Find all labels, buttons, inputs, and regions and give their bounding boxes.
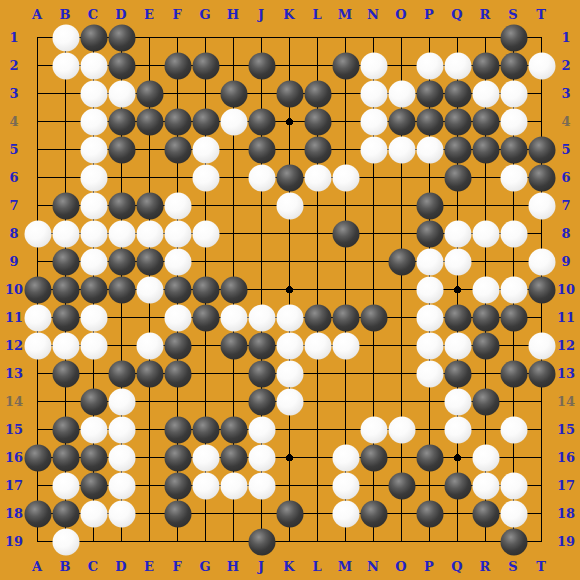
black-stone-K3[interactable] xyxy=(276,80,303,107)
row-label-left-11: 11 xyxy=(5,311,23,324)
row-label-right-3: 3 xyxy=(561,87,570,100)
black-stone-H10[interactable] xyxy=(220,276,247,303)
black-stone-G10[interactable] xyxy=(192,276,219,303)
black-stone-D10[interactable] xyxy=(108,276,135,303)
white-stone-S8[interactable] xyxy=(500,220,527,247)
column-label-top-A: A xyxy=(32,8,42,21)
white-stone-A12[interactable] xyxy=(24,332,51,359)
black-stone-M2[interactable] xyxy=(332,52,359,79)
white-stone-G16[interactable] xyxy=(192,444,219,471)
row-label-left-17: 17 xyxy=(5,479,23,492)
white-stone-N3[interactable] xyxy=(360,80,387,107)
white-stone-D17[interactable] xyxy=(108,472,135,499)
black-stone-C10[interactable] xyxy=(80,276,107,303)
black-stone-F16[interactable] xyxy=(164,444,191,471)
white-stone-D16[interactable] xyxy=(108,444,135,471)
white-stone-M6[interactable] xyxy=(332,164,359,191)
row-label-left-7: 7 xyxy=(9,199,18,212)
white-stone-C7[interactable] xyxy=(80,192,107,219)
column-label-bottom-T: T xyxy=(536,560,546,573)
black-stone-J12[interactable] xyxy=(248,332,275,359)
black-stone-D2[interactable] xyxy=(108,52,135,79)
column-label-bottom-K: K xyxy=(283,560,294,573)
white-stone-E12[interactable] xyxy=(136,332,163,359)
black-stone-C17[interactable] xyxy=(80,472,107,499)
white-stone-Q14[interactable] xyxy=(444,388,471,415)
white-stone-G17[interactable] xyxy=(192,472,219,499)
white-stone-D3[interactable] xyxy=(108,80,135,107)
row-label-left-1: 1 xyxy=(9,31,18,44)
column-label-top-G: G xyxy=(199,8,210,21)
white-stone-J15[interactable] xyxy=(248,416,275,443)
white-stone-C9[interactable] xyxy=(80,248,107,275)
row-label-right-4: 4 xyxy=(561,115,570,128)
black-stone-F15[interactable] xyxy=(164,416,191,443)
black-stone-R18[interactable] xyxy=(472,500,499,527)
row-label-right-8: 8 xyxy=(561,227,570,240)
row-label-left-8: 8 xyxy=(9,227,18,240)
black-stone-O9[interactable] xyxy=(388,248,415,275)
white-stone-M17[interactable] xyxy=(332,472,359,499)
column-label-top-B: B xyxy=(60,8,71,21)
white-stone-N4[interactable] xyxy=(360,108,387,135)
white-stone-A11[interactable] xyxy=(24,304,51,331)
row-label-left-12: 12 xyxy=(5,339,23,352)
white-stone-R10[interactable] xyxy=(472,276,499,303)
black-stone-H15[interactable] xyxy=(220,416,247,443)
black-stone-T13[interactable] xyxy=(528,360,555,387)
black-stone-E9[interactable] xyxy=(136,248,163,275)
star-point xyxy=(286,118,293,125)
white-stone-A8[interactable] xyxy=(24,220,51,247)
column-label-bottom-A: A xyxy=(32,560,42,573)
white-stone-M18[interactable] xyxy=(332,500,359,527)
white-stone-L12[interactable] xyxy=(304,332,331,359)
black-stone-B16[interactable] xyxy=(52,444,79,471)
column-label-bottom-E: E xyxy=(144,560,154,573)
black-stone-L3[interactable] xyxy=(304,80,331,107)
row-label-right-6: 6 xyxy=(561,171,570,184)
column-label-bottom-B: B xyxy=(60,560,71,573)
black-stone-P8[interactable] xyxy=(416,220,443,247)
row-label-right-19: 19 xyxy=(557,535,575,548)
column-label-bottom-C: C xyxy=(88,560,98,573)
white-stone-K11[interactable] xyxy=(276,304,303,331)
column-label-top-F: F xyxy=(172,8,181,21)
white-stone-P13[interactable] xyxy=(416,360,443,387)
white-stone-S10[interactable] xyxy=(500,276,527,303)
black-stone-R11[interactable] xyxy=(472,304,499,331)
white-stone-J16[interactable] xyxy=(248,444,275,471)
white-stone-M12[interactable] xyxy=(332,332,359,359)
row-label-right-7: 7 xyxy=(561,199,570,212)
white-stone-E8[interactable] xyxy=(136,220,163,247)
black-stone-C16[interactable] xyxy=(80,444,107,471)
black-stone-N16[interactable] xyxy=(360,444,387,471)
white-stone-C12[interactable] xyxy=(80,332,107,359)
white-stone-R16[interactable] xyxy=(472,444,499,471)
white-stone-Q9[interactable] xyxy=(444,248,471,275)
black-stone-R4[interactable] xyxy=(472,108,499,135)
black-stone-Q6[interactable] xyxy=(444,164,471,191)
black-stone-G15[interactable] xyxy=(192,416,219,443)
black-stone-K6[interactable] xyxy=(276,164,303,191)
black-stone-D13[interactable] xyxy=(108,360,135,387)
row-label-left-3: 3 xyxy=(9,87,18,100)
row-label-right-2: 2 xyxy=(561,59,570,72)
white-stone-H17[interactable] xyxy=(220,472,247,499)
row-label-left-14: 14 xyxy=(5,395,23,408)
white-stone-S4[interactable] xyxy=(500,108,527,135)
black-stone-Q13[interactable] xyxy=(444,360,471,387)
white-stone-P10[interactable] xyxy=(416,276,443,303)
column-label-top-J: J xyxy=(258,8,264,21)
white-stone-K7[interactable] xyxy=(276,192,303,219)
column-label-top-L: L xyxy=(312,8,321,21)
white-stone-S3[interactable] xyxy=(500,80,527,107)
white-stone-T9[interactable] xyxy=(528,248,555,275)
row-label-right-12: 12 xyxy=(557,339,575,352)
row-label-left-13: 13 xyxy=(5,367,23,380)
black-stone-F18[interactable] xyxy=(164,500,191,527)
black-stone-D4[interactable] xyxy=(108,108,135,135)
black-stone-G2[interactable] xyxy=(192,52,219,79)
white-stone-D15[interactable] xyxy=(108,416,135,443)
white-stone-C2[interactable] xyxy=(80,52,107,79)
white-stone-F7[interactable] xyxy=(164,192,191,219)
white-stone-Q8[interactable] xyxy=(444,220,471,247)
star-point xyxy=(454,454,461,461)
column-label-bottom-G: G xyxy=(199,560,210,573)
white-stone-P9[interactable] xyxy=(416,248,443,275)
black-stone-S5[interactable] xyxy=(500,136,527,163)
black-stone-C1[interactable] xyxy=(80,24,107,51)
white-stone-C18[interactable] xyxy=(80,500,107,527)
column-label-top-D: D xyxy=(115,8,126,21)
row-label-left-15: 15 xyxy=(5,423,23,436)
black-stone-Q3[interactable] xyxy=(444,80,471,107)
black-stone-P7[interactable] xyxy=(416,192,443,219)
white-stone-T2[interactable] xyxy=(528,52,555,79)
white-stone-C6[interactable] xyxy=(80,164,107,191)
black-stone-F5[interactable] xyxy=(164,136,191,163)
black-stone-R2[interactable] xyxy=(472,52,499,79)
white-stone-N2[interactable] xyxy=(360,52,387,79)
white-stone-N5[interactable] xyxy=(360,136,387,163)
white-stone-J17[interactable] xyxy=(248,472,275,499)
row-label-right-17: 17 xyxy=(557,479,575,492)
column-label-top-O: O xyxy=(395,8,406,21)
black-stone-J4[interactable] xyxy=(248,108,275,135)
black-stone-L4[interactable] xyxy=(304,108,331,135)
white-stone-N15[interactable] xyxy=(360,416,387,443)
white-stone-R8[interactable] xyxy=(472,220,499,247)
row-label-right-11: 11 xyxy=(557,311,575,324)
black-stone-F10[interactable] xyxy=(164,276,191,303)
white-stone-J11[interactable] xyxy=(248,304,275,331)
white-stone-H4[interactable] xyxy=(220,108,247,135)
black-stone-J19[interactable] xyxy=(248,528,275,555)
column-label-top-C: C xyxy=(88,8,98,21)
white-stone-P12[interactable] xyxy=(416,332,443,359)
black-stone-S19[interactable] xyxy=(500,528,527,555)
white-stone-O3[interactable] xyxy=(388,80,415,107)
black-stone-Q11[interactable] xyxy=(444,304,471,331)
white-stone-L6[interactable] xyxy=(304,164,331,191)
black-stone-Q5[interactable] xyxy=(444,136,471,163)
white-stone-C11[interactable] xyxy=(80,304,107,331)
black-stone-O4[interactable] xyxy=(388,108,415,135)
black-stone-J5[interactable] xyxy=(248,136,275,163)
column-label-bottom-S: S xyxy=(508,560,517,573)
column-label-bottom-O: O xyxy=(395,560,406,573)
star-point xyxy=(454,286,461,293)
go-board[interactable]: AABBCCDDEEFFGGHHJJKKLLMMNNOOPPQQRRSSTT11… xyxy=(0,0,580,580)
row-label-left-4: 4 xyxy=(9,115,18,128)
white-stone-D18[interactable] xyxy=(108,500,135,527)
black-stone-F17[interactable] xyxy=(164,472,191,499)
black-stone-J13[interactable] xyxy=(248,360,275,387)
white-stone-K13[interactable] xyxy=(276,360,303,387)
white-stone-B19[interactable] xyxy=(52,528,79,555)
black-stone-D9[interactable] xyxy=(108,248,135,275)
black-stone-L11[interactable] xyxy=(304,304,331,331)
row-label-left-9: 9 xyxy=(9,255,18,268)
white-stone-C15[interactable] xyxy=(80,416,107,443)
column-label-top-M: M xyxy=(338,8,352,21)
row-label-right-5: 5 xyxy=(561,143,570,156)
white-stone-B2[interactable] xyxy=(52,52,79,79)
column-label-top-N: N xyxy=(367,8,379,21)
white-stone-Q12[interactable] xyxy=(444,332,471,359)
black-stone-S1[interactable] xyxy=(500,24,527,51)
black-stone-E13[interactable] xyxy=(136,360,163,387)
white-stone-K12[interactable] xyxy=(276,332,303,359)
white-stone-S15[interactable] xyxy=(500,416,527,443)
black-stone-F2[interactable] xyxy=(164,52,191,79)
white-stone-B12[interactable] xyxy=(52,332,79,359)
column-label-bottom-L: L xyxy=(312,560,321,573)
black-stone-D7[interactable] xyxy=(108,192,135,219)
white-stone-S18[interactable] xyxy=(500,500,527,527)
row-label-right-15: 15 xyxy=(557,423,575,436)
black-stone-Q4[interactable] xyxy=(444,108,471,135)
black-stone-A16[interactable] xyxy=(24,444,51,471)
white-stone-R17[interactable] xyxy=(472,472,499,499)
black-stone-E7[interactable] xyxy=(136,192,163,219)
black-stone-Q17[interactable] xyxy=(444,472,471,499)
black-stone-C14[interactable] xyxy=(80,388,107,415)
row-label-right-1: 1 xyxy=(561,31,570,44)
row-label-left-10: 10 xyxy=(5,283,23,296)
white-stone-F8[interactable] xyxy=(164,220,191,247)
black-stone-F13[interactable] xyxy=(164,360,191,387)
black-stone-B10[interactable] xyxy=(52,276,79,303)
white-stone-B1[interactable] xyxy=(52,24,79,51)
black-stone-J2[interactable] xyxy=(248,52,275,79)
white-stone-C8[interactable] xyxy=(80,220,107,247)
white-stone-D14[interactable] xyxy=(108,388,135,415)
column-label-top-E: E xyxy=(144,8,154,21)
black-stone-H3[interactable] xyxy=(220,80,247,107)
row-label-right-14: 14 xyxy=(557,395,575,408)
white-stone-G5[interactable] xyxy=(192,136,219,163)
black-stone-P16[interactable] xyxy=(416,444,443,471)
row-label-right-9: 9 xyxy=(561,255,570,268)
black-stone-N11[interactable] xyxy=(360,304,387,331)
column-label-bottom-P: P xyxy=(424,560,434,573)
white-stone-P11[interactable] xyxy=(416,304,443,331)
row-label-right-16: 16 xyxy=(557,451,575,464)
black-stone-G11[interactable] xyxy=(192,304,219,331)
column-label-bottom-N: N xyxy=(367,560,379,573)
column-label-top-H: H xyxy=(227,8,239,21)
row-label-left-19: 19 xyxy=(5,535,23,548)
column-label-bottom-J: J xyxy=(258,560,264,573)
black-stone-T6[interactable] xyxy=(528,164,555,191)
row-label-left-6: 6 xyxy=(9,171,18,184)
white-stone-R3[interactable] xyxy=(472,80,499,107)
column-label-bottom-M: M xyxy=(338,560,352,573)
black-stone-A18[interactable] xyxy=(24,500,51,527)
black-stone-B13[interactable] xyxy=(52,360,79,387)
black-stone-H12[interactable] xyxy=(220,332,247,359)
black-stone-B18[interactable] xyxy=(52,500,79,527)
black-stone-E4[interactable] xyxy=(136,108,163,135)
white-stone-T12[interactable] xyxy=(528,332,555,359)
white-stone-C5[interactable] xyxy=(80,136,107,163)
white-stone-O15[interactable] xyxy=(388,416,415,443)
white-stone-S17[interactable] xyxy=(500,472,527,499)
row-label-left-18: 18 xyxy=(5,507,23,520)
column-label-top-K: K xyxy=(283,8,294,21)
white-stone-E10[interactable] xyxy=(136,276,163,303)
column-label-top-P: P xyxy=(424,8,434,21)
black-stone-R14[interactable] xyxy=(472,388,499,415)
row-label-left-16: 16 xyxy=(5,451,23,464)
white-stone-K14[interactable] xyxy=(276,388,303,415)
black-stone-R12[interactable] xyxy=(472,332,499,359)
white-stone-S6[interactable] xyxy=(500,164,527,191)
row-label-right-13: 13 xyxy=(557,367,575,380)
black-stone-D1[interactable] xyxy=(108,24,135,51)
black-stone-T5[interactable] xyxy=(528,136,555,163)
white-stone-G6[interactable] xyxy=(192,164,219,191)
column-label-top-Q: Q xyxy=(451,8,462,21)
black-stone-S11[interactable] xyxy=(500,304,527,331)
column-label-top-S: S xyxy=(508,8,517,21)
black-stone-B9[interactable] xyxy=(52,248,79,275)
white-stone-P2[interactable] xyxy=(416,52,443,79)
star-point xyxy=(286,454,293,461)
black-stone-H16[interactable] xyxy=(220,444,247,471)
column-label-bottom-H: H xyxy=(227,560,239,573)
white-stone-C3[interactable] xyxy=(80,80,107,107)
black-stone-B15[interactable] xyxy=(52,416,79,443)
black-stone-F12[interactable] xyxy=(164,332,191,359)
black-stone-B11[interactable] xyxy=(52,304,79,331)
star-point xyxy=(286,286,293,293)
column-label-top-T: T xyxy=(536,8,546,21)
row-label-left-2: 2 xyxy=(9,59,18,72)
white-stone-B17[interactable] xyxy=(52,472,79,499)
row-label-right-18: 18 xyxy=(557,507,575,520)
column-label-bottom-F: F xyxy=(172,560,181,573)
white-stone-F9[interactable] xyxy=(164,248,191,275)
black-stone-D5[interactable] xyxy=(108,136,135,163)
white-stone-B8[interactable] xyxy=(52,220,79,247)
row-label-left-5: 5 xyxy=(9,143,18,156)
white-stone-Q15[interactable] xyxy=(444,416,471,443)
row-label-right-10: 10 xyxy=(557,283,575,296)
black-stone-E3[interactable] xyxy=(136,80,163,107)
black-stone-T10[interactable] xyxy=(528,276,555,303)
black-stone-K18[interactable] xyxy=(276,500,303,527)
black-stone-O17[interactable] xyxy=(388,472,415,499)
white-stone-M16[interactable] xyxy=(332,444,359,471)
black-stone-N18[interactable] xyxy=(360,500,387,527)
black-stone-J14[interactable] xyxy=(248,388,275,415)
white-stone-Q2[interactable] xyxy=(444,52,471,79)
black-stone-P18[interactable] xyxy=(416,500,443,527)
black-stone-G4[interactable] xyxy=(192,108,219,135)
black-stone-B7[interactable] xyxy=(52,192,79,219)
column-label-top-R: R xyxy=(480,8,491,21)
white-stone-G8[interactable] xyxy=(192,220,219,247)
black-stone-S2[interactable] xyxy=(500,52,527,79)
column-label-bottom-D: D xyxy=(115,560,126,573)
white-stone-T7[interactable] xyxy=(528,192,555,219)
white-stone-F11[interactable] xyxy=(164,304,191,331)
white-stone-C4[interactable] xyxy=(80,108,107,135)
black-stone-M11[interactable] xyxy=(332,304,359,331)
black-stone-P3[interactable] xyxy=(416,80,443,107)
black-stone-L5[interactable] xyxy=(304,136,331,163)
white-stone-P5[interactable] xyxy=(416,136,443,163)
column-label-bottom-Q: Q xyxy=(451,560,462,573)
white-stone-J6[interactable] xyxy=(248,164,275,191)
black-stone-F4[interactable] xyxy=(164,108,191,135)
black-stone-S13[interactable] xyxy=(500,360,527,387)
black-stone-P4[interactable] xyxy=(416,108,443,135)
black-stone-M8[interactable] xyxy=(332,220,359,247)
black-stone-A10[interactable] xyxy=(24,276,51,303)
white-stone-H11[interactable] xyxy=(220,304,247,331)
white-stone-O5[interactable] xyxy=(388,136,415,163)
white-stone-D8[interactable] xyxy=(108,220,135,247)
black-stone-R5[interactable] xyxy=(472,136,499,163)
column-label-bottom-R: R xyxy=(480,560,491,573)
